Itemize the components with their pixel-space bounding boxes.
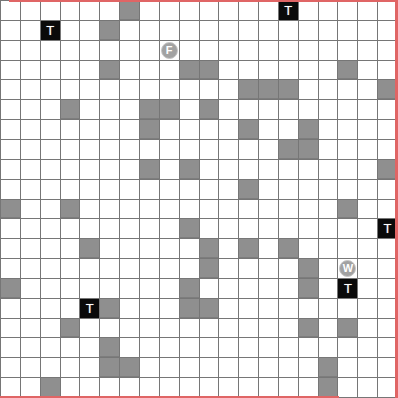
empty-cell-r15c15[interactable] xyxy=(299,299,318,318)
empty-cell-r4c3[interactable] xyxy=(61,80,80,99)
empty-cell-r11c2[interactable] xyxy=(41,219,60,238)
empty-cell-r9c15[interactable] xyxy=(299,180,318,199)
empty-cell-r6c0[interactable] xyxy=(1,120,20,139)
empty-cell-r0c9[interactable] xyxy=(180,1,199,20)
empty-cell-r19c12[interactable] xyxy=(239,378,258,397)
empty-cell-r2c1[interactable] xyxy=(21,41,40,60)
empty-cell-r7c3[interactable] xyxy=(61,140,80,159)
empty-cell-r13c1[interactable] xyxy=(21,259,40,278)
block-cell-r13c15[interactable] xyxy=(299,259,318,278)
empty-cell-r1c14[interactable] xyxy=(279,21,298,40)
empty-cell-r12c6[interactable] xyxy=(120,239,139,258)
empty-cell-r13c0[interactable] xyxy=(1,259,20,278)
empty-cell-r6c18[interactable] xyxy=(358,120,377,139)
block-cell-r16c3[interactable] xyxy=(61,319,80,338)
empty-cell-r10c2[interactable] xyxy=(41,200,60,219)
empty-cell-r3c4[interactable] xyxy=(80,61,99,80)
empty-cell-r5c4[interactable] xyxy=(80,100,99,119)
empty-cell-r6c10[interactable] xyxy=(200,120,219,139)
empty-cell-r14c3[interactable] xyxy=(61,279,80,298)
empty-cell-r19c17[interactable] xyxy=(338,378,357,397)
empty-cell-r16c12[interactable] xyxy=(239,319,258,338)
empty-cell-r17c1[interactable] xyxy=(21,338,40,357)
empty-cell-r1c10[interactable] xyxy=(200,21,219,40)
empty-cell-r19c5[interactable] xyxy=(100,378,119,397)
empty-cell-r10c15[interactable] xyxy=(299,200,318,219)
empty-cell-r11c17[interactable] xyxy=(338,219,357,238)
empty-cell-r5c18[interactable] xyxy=(358,100,377,119)
empty-cell-r6c17[interactable] xyxy=(338,120,357,139)
empty-cell-r11c7[interactable] xyxy=(140,219,159,238)
empty-cell-r14c7[interactable] xyxy=(140,279,159,298)
empty-cell-r3c18[interactable] xyxy=(358,61,377,80)
empty-cell-r11c10[interactable] xyxy=(200,219,219,238)
empty-cell-r17c13[interactable] xyxy=(259,338,278,357)
empty-cell-r15c3[interactable] xyxy=(61,299,80,318)
empty-cell-r4c10[interactable] xyxy=(200,80,219,99)
empty-cell-r2c5[interactable] xyxy=(100,41,119,60)
empty-cell-r0c16[interactable] xyxy=(319,1,338,20)
block-cell-r14c0[interactable] xyxy=(1,279,20,298)
empty-cell-r17c14[interactable] xyxy=(279,338,298,357)
empty-cell-r4c1[interactable] xyxy=(21,80,40,99)
empty-cell-r17c10[interactable] xyxy=(200,338,219,357)
agent-token-f[interactable]: F xyxy=(161,42,178,59)
empty-cell-r10c14[interactable] xyxy=(279,200,298,219)
empty-cell-r1c0[interactable] xyxy=(1,21,20,40)
empty-cell-r6c8[interactable] xyxy=(160,120,179,139)
empty-cell-r11c6[interactable] xyxy=(120,219,139,238)
empty-cell-r3c3[interactable] xyxy=(61,61,80,80)
empty-cell-r17c17[interactable] xyxy=(338,338,357,357)
empty-cell-r11c18[interactable] xyxy=(358,219,377,238)
empty-cell-r6c1[interactable] xyxy=(21,120,40,139)
empty-cell-r17c6[interactable] xyxy=(120,338,139,357)
empty-cell-r12c3[interactable] xyxy=(61,239,80,258)
empty-cell-r14c5[interactable] xyxy=(100,279,119,298)
empty-cell-r14c11[interactable] xyxy=(219,279,238,298)
empty-cell-r9c4[interactable] xyxy=(80,180,99,199)
empty-cell-r5c17[interactable] xyxy=(338,100,357,119)
empty-cell-r4c7[interactable] xyxy=(140,80,159,99)
empty-cell-r2c13[interactable] xyxy=(259,41,278,60)
empty-cell-r13c4[interactable] xyxy=(80,259,99,278)
empty-cell-r18c0[interactable] xyxy=(1,358,20,377)
empty-cell-r13c9[interactable] xyxy=(180,259,199,278)
empty-cell-r9c14[interactable] xyxy=(279,180,298,199)
empty-cell-r4c4[interactable] xyxy=(80,80,99,99)
empty-cell-r8c17[interactable] xyxy=(338,160,357,179)
empty-cell-r17c16[interactable] xyxy=(319,338,338,357)
empty-cell-r18c10[interactable] xyxy=(200,358,219,377)
empty-cell-r4c9[interactable] xyxy=(180,80,199,99)
empty-cell-r18c2[interactable] xyxy=(41,358,60,377)
empty-cell-r1c6[interactable] xyxy=(120,21,139,40)
empty-cell-r8c4[interactable] xyxy=(80,160,99,179)
empty-cell-r12c2[interactable] xyxy=(41,239,60,258)
empty-cell-r1c15[interactable] xyxy=(299,21,318,40)
block-cell-r8c7[interactable] xyxy=(140,160,159,179)
empty-cell-r4c0[interactable] xyxy=(1,80,20,99)
empty-cell-r1c13[interactable] xyxy=(259,21,278,40)
empty-cell-r14c13[interactable] xyxy=(259,279,278,298)
empty-cell-r1c4[interactable] xyxy=(80,21,99,40)
block-cell-r4c13[interactable] xyxy=(259,80,278,99)
empty-cell-r19c11[interactable] xyxy=(219,378,238,397)
block-cell-r4c14[interactable] xyxy=(279,80,298,99)
block-cell-r3c9[interactable] xyxy=(180,61,199,80)
empty-cell-r9c2[interactable] xyxy=(41,180,60,199)
empty-cell-r12c15[interactable] xyxy=(299,239,318,258)
empty-cell-r19c6[interactable] xyxy=(120,378,139,397)
empty-cell-r13c18[interactable] xyxy=(358,259,377,278)
empty-cell-r18c15[interactable] xyxy=(299,358,318,377)
empty-cell-r7c17[interactable] xyxy=(338,140,357,159)
empty-cell-r16c4[interactable] xyxy=(80,319,99,338)
empty-cell-r7c8[interactable] xyxy=(160,140,179,159)
empty-cell-r2c16[interactable] xyxy=(319,41,338,60)
empty-cell-r7c1[interactable] xyxy=(21,140,40,159)
empty-cell-r1c8[interactable] xyxy=(160,21,179,40)
empty-cell-r18c1[interactable] xyxy=(21,358,40,377)
block-cell-r1c5[interactable] xyxy=(100,21,119,40)
empty-cell-r9c18[interactable] xyxy=(358,180,377,199)
empty-cell-r12c0[interactable] xyxy=(1,239,20,258)
empty-cell-r10c12[interactable] xyxy=(239,200,258,219)
empty-cell-r8c14[interactable] xyxy=(279,160,298,179)
block-cell-r12c4[interactable] xyxy=(80,239,99,258)
empty-cell-r13c8[interactable] xyxy=(160,259,179,278)
block-cell-r8c9[interactable] xyxy=(180,160,199,179)
empty-cell-r15c13[interactable] xyxy=(259,299,278,318)
empty-cell-r5c14[interactable] xyxy=(279,100,298,119)
empty-cell-r3c0[interactable] xyxy=(1,61,20,80)
empty-cell-r7c2[interactable] xyxy=(41,140,60,159)
empty-cell-r10c6[interactable] xyxy=(120,200,139,219)
empty-cell-r16c14[interactable] xyxy=(279,319,298,338)
empty-cell-r9c13[interactable] xyxy=(259,180,278,199)
empty-cell-r9c1[interactable] xyxy=(21,180,40,199)
empty-cell-r15c2[interactable] xyxy=(41,299,60,318)
empty-cell-r7c6[interactable] xyxy=(120,140,139,159)
empty-cell-r17c18[interactable] xyxy=(358,338,377,357)
empty-cell-r5c9[interactable] xyxy=(180,100,199,119)
empty-cell-r1c9[interactable] xyxy=(180,21,199,40)
black-t-cell-r0c14[interactable]: T xyxy=(279,1,298,20)
empty-cell-r1c1[interactable] xyxy=(21,21,40,40)
empty-cell-r8c11[interactable] xyxy=(219,160,238,179)
empty-cell-r0c12[interactable] xyxy=(239,1,258,20)
block-cell-r11c9[interactable] xyxy=(180,219,199,238)
empty-cell-r2c9[interactable] xyxy=(180,41,199,60)
empty-cell-r13c12[interactable] xyxy=(239,259,258,278)
empty-cell-r15c18[interactable] xyxy=(358,299,377,318)
empty-cell-r11c11[interactable] xyxy=(219,219,238,238)
empty-cell-r12c16[interactable] xyxy=(319,239,338,258)
empty-cell-r4c16[interactable] xyxy=(319,80,338,99)
empty-cell-r8c10[interactable] xyxy=(200,160,219,179)
block-cell-r5c7[interactable] xyxy=(140,100,159,119)
empty-cell-r16c11[interactable] xyxy=(219,319,238,338)
empty-cell-r14c14[interactable] xyxy=(279,279,298,298)
empty-cell-r12c17[interactable] xyxy=(338,239,357,258)
block-cell-r18c16[interactable] xyxy=(319,358,338,377)
empty-cell-r0c0[interactable] xyxy=(1,1,20,20)
empty-cell-r16c0[interactable] xyxy=(1,319,20,338)
block-cell-r5c8[interactable] xyxy=(160,100,179,119)
block-cell-r6c7[interactable] xyxy=(140,120,159,139)
empty-cell-r15c14[interactable] xyxy=(279,299,298,318)
empty-cell-r12c9[interactable] xyxy=(180,239,199,258)
empty-cell-r0c17[interactable] xyxy=(338,1,357,20)
empty-cell-r15c0[interactable] xyxy=(1,299,20,318)
empty-cell-r1c16[interactable] xyxy=(319,21,338,40)
empty-cell-r13c13[interactable] xyxy=(259,259,278,278)
empty-cell-r1c18[interactable] xyxy=(358,21,377,40)
empty-cell-r11c1[interactable] xyxy=(21,219,40,238)
empty-cell-r17c9[interactable] xyxy=(180,338,199,357)
empty-cell-r10c13[interactable] xyxy=(259,200,278,219)
empty-cell-r2c4[interactable] xyxy=(80,41,99,60)
block-cell-r4c12[interactable] xyxy=(239,80,258,99)
empty-cell-r9c3[interactable] xyxy=(61,180,80,199)
empty-cell-r7c4[interactable] xyxy=(80,140,99,159)
empty-cell-r2c6[interactable] xyxy=(120,41,139,60)
empty-cell-r4c15[interactable] xyxy=(299,80,318,99)
empty-cell-r11c15[interactable] xyxy=(299,219,318,238)
empty-cell-r0c4[interactable] xyxy=(80,1,99,20)
empty-cell-r18c14[interactable] xyxy=(279,358,298,377)
empty-cell-r6c14[interactable] xyxy=(279,120,298,139)
block-cell-r7c15[interactable] xyxy=(299,140,318,159)
empty-cell-r3c1[interactable] xyxy=(21,61,40,80)
empty-cell-r5c0[interactable] xyxy=(1,100,20,119)
empty-cell-r0c11[interactable] xyxy=(219,1,238,20)
empty-cell-r15c17[interactable] xyxy=(338,299,357,318)
empty-cell-r4c2[interactable] xyxy=(41,80,60,99)
empty-cell-r17c12[interactable] xyxy=(239,338,258,357)
empty-cell-r4c8[interactable] xyxy=(160,80,179,99)
empty-cell-r2c14[interactable] xyxy=(279,41,298,60)
empty-cell-r18c3[interactable] xyxy=(61,358,80,377)
empty-cell-r17c0[interactable] xyxy=(1,338,20,357)
empty-cell-r5c5[interactable] xyxy=(100,100,119,119)
black-t-cell-r1c2[interactable]: T xyxy=(41,21,60,40)
empty-cell-r7c12[interactable] xyxy=(239,140,258,159)
empty-cell-r9c11[interactable] xyxy=(219,180,238,199)
block-cell-r6c12[interactable] xyxy=(239,120,258,139)
empty-cell-r13c6[interactable] xyxy=(120,259,139,278)
empty-cell-r14c4[interactable] xyxy=(80,279,99,298)
empty-cell-r5c1[interactable] xyxy=(21,100,40,119)
empty-cell-r10c7[interactable] xyxy=(140,200,159,219)
empty-cell-r14c6[interactable] xyxy=(120,279,139,298)
empty-cell-r19c8[interactable] xyxy=(160,378,179,397)
empty-cell-r6c6[interactable] xyxy=(120,120,139,139)
empty-cell-r9c9[interactable] xyxy=(180,180,199,199)
empty-cell-r7c5[interactable] xyxy=(100,140,119,159)
block-cell-r19c2[interactable] xyxy=(41,378,60,397)
empty-cell-r8c2[interactable] xyxy=(41,160,60,179)
block-cell-r16c17[interactable] xyxy=(338,319,357,338)
empty-cell-r0c13[interactable] xyxy=(259,1,278,20)
block-cell-r14c9[interactable] xyxy=(180,279,199,298)
empty-cell-r4c5[interactable] xyxy=(100,80,119,99)
block-cell-r3c17[interactable] xyxy=(338,61,357,80)
empty-cell-r16c5[interactable] xyxy=(100,319,119,338)
empty-cell-r11c12[interactable] xyxy=(239,219,258,238)
block-cell-r5c3[interactable] xyxy=(61,100,80,119)
empty-cell-r9c5[interactable] xyxy=(100,180,119,199)
empty-cell-r10c18[interactable] xyxy=(358,200,377,219)
empty-cell-r11c8[interactable] xyxy=(160,219,179,238)
empty-cell-r11c16[interactable] xyxy=(319,219,338,238)
empty-cell-r10c11[interactable] xyxy=(219,200,238,219)
block-cell-r10c3[interactable] xyxy=(61,200,80,219)
empty-cell-r3c13[interactable] xyxy=(259,61,278,80)
empty-cell-r10c10[interactable] xyxy=(200,200,219,219)
empty-cell-r2c7[interactable] xyxy=(140,41,159,60)
empty-cell-r2c0[interactable] xyxy=(1,41,20,60)
empty-cell-r12c18[interactable] xyxy=(358,239,377,258)
empty-cell-r3c16[interactable] xyxy=(319,61,338,80)
empty-cell-r4c18[interactable] xyxy=(358,80,377,99)
empty-cell-r9c0[interactable] xyxy=(1,180,20,199)
empty-cell-r3c15[interactable] xyxy=(299,61,318,80)
empty-cell-r0c10[interactable] xyxy=(200,1,219,20)
empty-cell-r13c7[interactable] xyxy=(140,259,159,278)
empty-cell-r18c18[interactable] xyxy=(358,358,377,377)
block-cell-r12c10[interactable] xyxy=(200,239,219,258)
empty-cell-r11c13[interactable] xyxy=(259,219,278,238)
block-cell-r7c14[interactable] xyxy=(279,140,298,159)
empty-cell-r6c11[interactable] xyxy=(219,120,238,139)
empty-cell-r13c17[interactable]: W xyxy=(338,259,357,278)
block-cell-r3c10[interactable] xyxy=(200,61,219,80)
empty-cell-r7c18[interactable] xyxy=(358,140,377,159)
block-cell-r12c12[interactable] xyxy=(239,239,258,258)
empty-cell-r14c10[interactable] xyxy=(200,279,219,298)
empty-cell-r19c7[interactable] xyxy=(140,378,159,397)
empty-cell-r1c7[interactable] xyxy=(140,21,159,40)
empty-cell-r10c4[interactable] xyxy=(80,200,99,219)
empty-cell-r7c0[interactable] xyxy=(1,140,20,159)
empty-cell-r4c11[interactable] xyxy=(219,80,238,99)
empty-cell-r3c6[interactable] xyxy=(120,61,139,80)
empty-cell-r19c10[interactable] xyxy=(200,378,219,397)
empty-cell-r2c10[interactable] xyxy=(200,41,219,60)
empty-cell-r8c3[interactable] xyxy=(61,160,80,179)
empty-cell-r12c5[interactable] xyxy=(100,239,119,258)
empty-cell-r1c3[interactable] xyxy=(61,21,80,40)
empty-cell-r3c2[interactable] xyxy=(41,61,60,80)
empty-cell-r2c2[interactable] xyxy=(41,41,60,60)
block-cell-r3c5[interactable] xyxy=(100,61,119,80)
empty-cell-r14c2[interactable] xyxy=(41,279,60,298)
empty-cell-r3c14[interactable] xyxy=(279,61,298,80)
empty-cell-r11c4[interactable] xyxy=(80,219,99,238)
empty-cell-r19c1[interactable] xyxy=(21,378,40,397)
empty-cell-r7c10[interactable] xyxy=(200,140,219,159)
empty-cell-r10c5[interactable] xyxy=(100,200,119,219)
empty-cell-r10c9[interactable] xyxy=(180,200,199,219)
empty-cell-r16c6[interactable] xyxy=(120,319,139,338)
empty-cell-r11c0[interactable] xyxy=(1,219,20,238)
empty-cell-r0c7[interactable] xyxy=(140,1,159,20)
black-t-cell-r14c17[interactable]: T xyxy=(338,279,357,298)
empty-cell-r16c1[interactable] xyxy=(21,319,40,338)
empty-cell-r18c17[interactable] xyxy=(338,358,357,377)
empty-cell-r13c11[interactable] xyxy=(219,259,238,278)
empty-cell-r6c3[interactable] xyxy=(61,120,80,139)
agent-token-w[interactable]: W xyxy=(339,260,356,277)
empty-cell-r15c1[interactable] xyxy=(21,299,40,318)
empty-cell-r17c3[interactable] xyxy=(61,338,80,357)
empty-cell-r19c9[interactable] xyxy=(180,378,199,397)
empty-cell-r0c2[interactable] xyxy=(41,1,60,20)
empty-cell-r19c4[interactable] xyxy=(80,378,99,397)
empty-cell-r17c15[interactable] xyxy=(299,338,318,357)
empty-cell-r15c8[interactable] xyxy=(160,299,179,318)
empty-cell-r4c17[interactable] xyxy=(338,80,357,99)
empty-cell-r13c5[interactable] xyxy=(100,259,119,278)
empty-cell-r13c3[interactable] xyxy=(61,259,80,278)
empty-cell-r9c8[interactable] xyxy=(160,180,179,199)
empty-cell-r5c13[interactable] xyxy=(259,100,278,119)
empty-cell-r14c18[interactable] xyxy=(358,279,377,298)
empty-cell-r16c18[interactable] xyxy=(358,319,377,338)
empty-cell-r5c6[interactable] xyxy=(120,100,139,119)
empty-cell-r11c3[interactable] xyxy=(61,219,80,238)
block-cell-r12c14[interactable] xyxy=(279,239,298,258)
block-cell-r17c5[interactable] xyxy=(100,338,119,357)
empty-cell-r19c14[interactable] xyxy=(279,378,298,397)
empty-cell-r0c1[interactable] xyxy=(21,1,40,20)
empty-cell-r1c11[interactable] xyxy=(219,21,238,40)
block-cell-r6c15[interactable] xyxy=(299,120,318,139)
empty-cell-r12c1[interactable] xyxy=(21,239,40,258)
empty-cell-r7c11[interactable] xyxy=(219,140,238,159)
empty-cell-r18c7[interactable] xyxy=(140,358,159,377)
empty-cell-r18c4[interactable] xyxy=(80,358,99,377)
empty-cell-r16c2[interactable] xyxy=(41,319,60,338)
empty-cell-r9c10[interactable] xyxy=(200,180,219,199)
block-cell-r15c9[interactable] xyxy=(180,299,199,318)
empty-cell-r5c11[interactable] xyxy=(219,100,238,119)
empty-cell-r14c16[interactable] xyxy=(319,279,338,298)
empty-cell-r16c7[interactable] xyxy=(140,319,159,338)
empty-cell-r5c12[interactable] xyxy=(239,100,258,119)
empty-cell-r8c18[interactable] xyxy=(358,160,377,179)
empty-cell-r6c4[interactable] xyxy=(80,120,99,139)
empty-cell-r17c7[interactable] xyxy=(140,338,159,357)
empty-cell-r15c7[interactable] xyxy=(140,299,159,318)
block-cell-r19c16[interactable] xyxy=(319,378,338,397)
block-cell-r14c15[interactable] xyxy=(299,279,318,298)
empty-cell-r10c1[interactable] xyxy=(21,200,40,219)
empty-cell-r2c3[interactable] xyxy=(61,41,80,60)
empty-cell-r1c12[interactable] xyxy=(239,21,258,40)
empty-cell-r5c2[interactable] xyxy=(41,100,60,119)
empty-cell-r6c13[interactable] xyxy=(259,120,278,139)
empty-cell-r8c12[interactable] xyxy=(239,160,258,179)
empty-cell-r18c13[interactable] xyxy=(259,358,278,377)
empty-cell-r2c18[interactable] xyxy=(358,41,377,60)
empty-cell-r6c9[interactable] xyxy=(180,120,199,139)
empty-cell-r15c12[interactable] xyxy=(239,299,258,318)
empty-cell-r7c16[interactable] xyxy=(319,140,338,159)
empty-cell-r7c9[interactable] xyxy=(180,140,199,159)
